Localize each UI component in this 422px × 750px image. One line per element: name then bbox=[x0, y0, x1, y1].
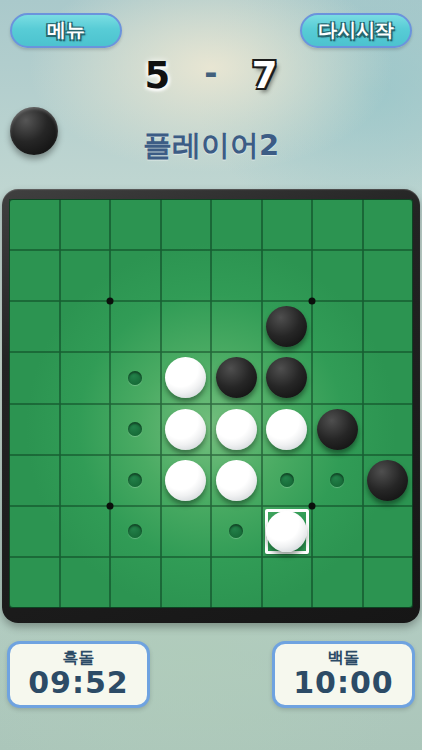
board-cell-g8[interactable] bbox=[312, 557, 363, 608]
board-cell-f1[interactable] bbox=[262, 199, 313, 250]
board-cell-d5[interactable] bbox=[161, 404, 212, 455]
white-disc bbox=[216, 460, 257, 501]
legal-move-hint bbox=[128, 422, 142, 436]
board-cell-a2[interactable] bbox=[9, 250, 60, 301]
white-timer: 백돌 10:00 bbox=[272, 641, 415, 708]
board-cell-a6[interactable] bbox=[9, 455, 60, 506]
board-cell-f3[interactable] bbox=[262, 301, 313, 352]
board-cell-h1[interactable] bbox=[363, 199, 414, 250]
current-player-label: 플레이어2 bbox=[0, 126, 422, 166]
othello-board bbox=[9, 199, 413, 608]
board-cell-h8[interactable] bbox=[363, 557, 414, 608]
board-cell-h6[interactable] bbox=[363, 455, 414, 506]
board-cell-c2[interactable] bbox=[110, 250, 161, 301]
board-cell-e8[interactable] bbox=[211, 557, 262, 608]
legal-move-hint bbox=[330, 473, 344, 487]
board-cell-a3[interactable] bbox=[9, 301, 60, 352]
black-score: 5 bbox=[145, 54, 171, 97]
board-cell-b8[interactable] bbox=[60, 557, 111, 608]
white-disc bbox=[165, 357, 206, 398]
board-cell-b1[interactable] bbox=[60, 199, 111, 250]
board-cell-b4[interactable] bbox=[60, 352, 111, 403]
black-timer: 흑돌 09:52 bbox=[7, 641, 150, 708]
board-cell-d4[interactable] bbox=[161, 352, 212, 403]
game-screen: 메뉴 다시시작 5 - 7 플레이어2 흑돌 09:52 백돌 10:00 bbox=[0, 0, 422, 750]
board-cell-g3[interactable] bbox=[312, 301, 363, 352]
board-cell-f6[interactable] bbox=[262, 455, 313, 506]
board-cell-d6[interactable] bbox=[161, 455, 212, 506]
board-cell-c5[interactable] bbox=[110, 404, 161, 455]
board-cell-c6[interactable] bbox=[110, 455, 161, 506]
board-cell-a5[interactable] bbox=[9, 404, 60, 455]
black-disc bbox=[266, 357, 307, 398]
restart-button[interactable]: 다시시작 bbox=[300, 13, 412, 48]
board-cell-c8[interactable] bbox=[110, 557, 161, 608]
board-cell-e7[interactable] bbox=[211, 506, 262, 557]
board-cell-g5[interactable] bbox=[312, 404, 363, 455]
menu-button[interactable]: 메뉴 bbox=[10, 13, 122, 48]
legal-move-hint bbox=[229, 524, 243, 538]
board-cell-c4[interactable] bbox=[110, 352, 161, 403]
white-disc bbox=[266, 409, 307, 450]
board-cell-e5[interactable] bbox=[211, 404, 262, 455]
board-cell-e2[interactable] bbox=[211, 250, 262, 301]
board-cell-f4[interactable] bbox=[262, 352, 313, 403]
board-cell-c1[interactable] bbox=[110, 199, 161, 250]
white-score: 7 bbox=[252, 54, 278, 97]
black-disc bbox=[367, 460, 408, 501]
board-cell-g7[interactable] bbox=[312, 506, 363, 557]
board-cell-g2[interactable] bbox=[312, 250, 363, 301]
board-cell-h2[interactable] bbox=[363, 250, 414, 301]
legal-move-hint bbox=[128, 524, 142, 538]
board-cell-d7[interactable] bbox=[161, 506, 212, 557]
white-disc bbox=[165, 409, 206, 450]
board-cell-a7[interactable] bbox=[9, 506, 60, 557]
legal-move-hint bbox=[128, 371, 142, 385]
legal-move-hint bbox=[128, 473, 142, 487]
score-display: 5 - 7 bbox=[0, 52, 422, 98]
board-cell-d8[interactable] bbox=[161, 557, 212, 608]
star-point bbox=[107, 502, 114, 509]
board-cell-d1[interactable] bbox=[161, 199, 212, 250]
board-frame bbox=[2, 189, 420, 623]
board-cell-e6[interactable] bbox=[211, 455, 262, 506]
black-disc bbox=[216, 357, 257, 398]
board-cell-b6[interactable] bbox=[60, 455, 111, 506]
board-cell-g1[interactable] bbox=[312, 199, 363, 250]
board-cell-d3[interactable] bbox=[161, 301, 212, 352]
board-cell-b2[interactable] bbox=[60, 250, 111, 301]
star-point bbox=[309, 502, 316, 509]
board-cell-g6[interactable] bbox=[312, 455, 363, 506]
board-cell-a8[interactable] bbox=[9, 557, 60, 608]
white-timer-time: 10:00 bbox=[275, 667, 412, 699]
legal-move-hint bbox=[280, 473, 294, 487]
black-disc bbox=[317, 409, 358, 450]
white-disc bbox=[216, 409, 257, 450]
white-disc bbox=[266, 511, 307, 552]
board-cell-f2[interactable] bbox=[262, 250, 313, 301]
board-cell-b7[interactable] bbox=[60, 506, 111, 557]
board-cell-h5[interactable] bbox=[363, 404, 414, 455]
black-timer-time: 09:52 bbox=[10, 667, 147, 699]
black-disc bbox=[266, 306, 307, 347]
white-disc bbox=[165, 460, 206, 501]
board-cell-g4[interactable] bbox=[312, 352, 363, 403]
board-cell-e3[interactable] bbox=[211, 301, 262, 352]
star-point bbox=[309, 298, 316, 305]
board-cell-h7[interactable] bbox=[363, 506, 414, 557]
board-cell-f7[interactable] bbox=[262, 506, 313, 557]
score-separator: - bbox=[204, 54, 217, 92]
board-cell-b3[interactable] bbox=[60, 301, 111, 352]
board-cell-f8[interactable] bbox=[262, 557, 313, 608]
board-cell-e4[interactable] bbox=[211, 352, 262, 403]
board-cell-a1[interactable] bbox=[9, 199, 60, 250]
board-cell-h4[interactable] bbox=[363, 352, 414, 403]
board-cell-d2[interactable] bbox=[161, 250, 212, 301]
board-cell-e1[interactable] bbox=[211, 199, 262, 250]
board-cell-c7[interactable] bbox=[110, 506, 161, 557]
star-point bbox=[107, 298, 114, 305]
board-cell-c3[interactable] bbox=[110, 301, 161, 352]
board-cell-b5[interactable] bbox=[60, 404, 111, 455]
board-grid bbox=[9, 199, 413, 608]
board-cell-a4[interactable] bbox=[9, 352, 60, 403]
board-cell-f5[interactable] bbox=[262, 404, 313, 455]
board-cell-h3[interactable] bbox=[363, 301, 414, 352]
